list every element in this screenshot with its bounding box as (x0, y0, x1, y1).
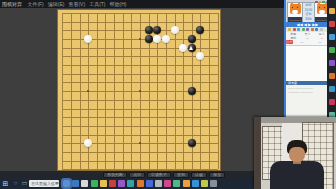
person-face (289, 147, 305, 162)
panel-window-icons (315, 1, 327, 4)
emote-icon[interactable] (297, 28, 300, 31)
emote-icon[interactable] (315, 28, 318, 31)
taskbar-icon-app-15[interactable] (192, 180, 199, 187)
menu-item[interactable]: 帮助(H) (110, 1, 127, 7)
taskbar-icon-active-app[interactable] (63, 180, 70, 187)
start-button[interactable]: ⊞ (0, 178, 11, 189)
stone-white-D16 (84, 35, 92, 43)
task-view-icon[interactable]: ▭ (20, 178, 29, 189)
emote-icon[interactable] (320, 28, 323, 31)
go-board[interactable] (57, 9, 221, 171)
menu-item[interactable]: 文件(F) (27, 1, 43, 7)
grid-line-v (175, 13, 176, 170)
last-move-marker (189, 46, 193, 50)
taskbar-icon-app-4[interactable] (91, 180, 98, 187)
taskbar-icon-app-8[interactable] (127, 180, 134, 187)
person-body (270, 161, 324, 189)
menu-item[interactable]: 编辑(E) (48, 1, 65, 7)
star-point (139, 38, 141, 40)
emote-icon[interactable] (293, 28, 296, 31)
table-cell: — (311, 40, 327, 44)
star-point (139, 90, 141, 92)
strip-icon[interactable] (329, 21, 335, 27)
grid-line-v (218, 13, 219, 170)
taskbar-icon-app-6[interactable] (109, 180, 116, 187)
stone-black-L16 (145, 35, 153, 43)
emote-icon[interactable] (288, 28, 291, 31)
strip-icon[interactable] (329, 73, 335, 79)
stone-white-N16 (162, 35, 170, 43)
stone-black-Q10 (188, 87, 196, 95)
stone-black-Q16 (188, 35, 196, 43)
cam-wall-shadow (254, 117, 261, 189)
grid-line-h (62, 117, 218, 118)
grid-line-h (62, 126, 218, 127)
taskbar-icon-app-2[interactable] (72, 180, 79, 187)
menu-bar: 文件(F)编辑(E)查看(V)工具(T)帮助(H) (27, 1, 130, 7)
emote-icon[interactable] (311, 28, 314, 31)
stone-white-P15 (179, 44, 187, 52)
grid-line-h (62, 109, 218, 110)
taskbar-icon-app-12[interactable] (164, 180, 171, 187)
strip-icon[interactable] (329, 47, 335, 53)
taskbar-icon-app-7[interactable] (118, 180, 125, 187)
screen: 围棋对弈 文件(F)编辑(E)查看(V)工具(T)帮助(H) 形势判断点目申请数… (0, 0, 336, 189)
table-cell: — (293, 40, 311, 44)
taskbar-icon-app-10[interactable] (146, 180, 153, 187)
fox-avatar-white (317, 4, 328, 14)
taskbar-icon-app-5[interactable] (100, 180, 107, 187)
clock-line: 30秒 (303, 17, 315, 22)
taskbar-search-box[interactable]: 在这里输入你要搜索的内容 (29, 180, 59, 187)
app-title: 围棋对弈 (2, 1, 22, 7)
taskbar-icon-app-11[interactable] (155, 180, 162, 187)
search-icon[interactable]: ○ (11, 178, 20, 189)
player-area: ——— 时间20:00读秒30秒 ——— (286, 0, 327, 22)
strip-icon[interactable] (329, 99, 335, 105)
grid-line-v (183, 13, 184, 170)
taskbar-icons (62, 180, 218, 187)
emote-icon[interactable] (306, 28, 309, 31)
taskbar-icon-app-3[interactable] (81, 180, 88, 187)
stone-black-Q15 (188, 44, 196, 52)
stone-white-M16 (153, 35, 161, 43)
panel-window-icon[interactable] (322, 1, 325, 4)
grid-line-h (62, 152, 218, 153)
grid-line-h (62, 161, 218, 162)
taskbar-icon-app-14[interactable] (183, 180, 190, 187)
panel-window-icon[interactable] (315, 1, 318, 4)
stone-black-Q4 (188, 139, 196, 147)
menu-item[interactable]: 查看(V) (68, 1, 85, 7)
grid-line-h (62, 100, 218, 101)
taskbar-icon-app-17[interactable] (210, 180, 217, 187)
table-cell: 比分 (286, 40, 293, 44)
strip-icon[interactable] (329, 34, 335, 40)
strip-icon[interactable] (329, 8, 335, 14)
game-info-table: 类型黑方白方用时——比分—— (286, 32, 327, 45)
taskbar-icon-app-16[interactable] (201, 180, 208, 187)
stone-white-R14 (196, 52, 204, 60)
webcam-overlay (254, 117, 336, 189)
player-card-white: ——— (314, 2, 327, 23)
star-point (139, 142, 141, 144)
strip-icon[interactable] (329, 86, 335, 92)
emote-icon[interactable] (302, 28, 305, 31)
taskbar-icon-app-13[interactable] (173, 180, 180, 187)
stone-white-D4 (84, 139, 92, 147)
table-row: 比分—— (286, 40, 327, 44)
stone-black-R17 (196, 26, 204, 34)
stone-black-L17 (145, 26, 153, 34)
stone-black-M17 (153, 26, 161, 34)
grid-line-h (62, 135, 218, 136)
grid-line-v (200, 13, 201, 170)
star-point (87, 90, 89, 92)
menu-item[interactable]: 工具(T) (89, 1, 105, 7)
panel-window-icon[interactable] (319, 1, 322, 4)
taskbar-icon-app-9[interactable] (137, 180, 144, 187)
fox-avatar-black (290, 4, 301, 14)
stone-white-O17 (171, 26, 179, 34)
chat-message: ———— ———— (288, 90, 327, 94)
grid-line-h (62, 169, 218, 170)
grid-line-v (209, 13, 210, 170)
strip-icon[interactable] (329, 60, 335, 66)
move-list[interactable] (286, 45, 327, 82)
